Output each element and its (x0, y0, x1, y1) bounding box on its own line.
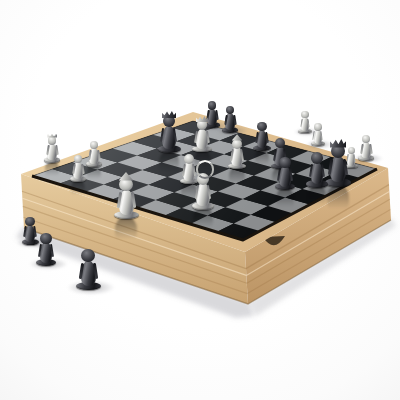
piece-dark-king-h1[interactable] (325, 130, 352, 187)
piece-silver-bishop-b5[interactable] (114, 165, 139, 219)
piece-dark-pawn[interactable] (36, 222, 57, 266)
rook-hat (47, 134, 57, 137)
arm-right (265, 132, 268, 143)
glass-reflection (115, 217, 136, 245)
piece-silver-pawn[interactable] (298, 104, 312, 133)
head (311, 152, 323, 164)
head (314, 123, 322, 131)
piece-dark-pawn-f2[interactable] (275, 146, 296, 190)
glass-reflection (71, 180, 85, 198)
head (25, 217, 34, 226)
glass-reflection (327, 185, 350, 214)
glass-reflection (229, 167, 245, 187)
piece-dark-pawn[interactable] (222, 97, 239, 133)
head (226, 106, 235, 115)
pieces-layer (0, 0, 400, 400)
arm-right (173, 128, 178, 142)
piece-silver-pawn[interactable] (358, 127, 374, 161)
piece-dark-queen-e7[interactable] (158, 103, 181, 153)
head (90, 141, 98, 149)
arm-right (240, 149, 244, 161)
arm-right (353, 154, 356, 162)
piece-dark-pawn-g2[interactable] (306, 141, 328, 187)
head (81, 249, 95, 263)
piece-dark-pawn-g6[interactable] (253, 113, 271, 151)
piece-silver-pawn-b8[interactable] (86, 133, 102, 167)
glass-reflection (87, 165, 100, 182)
head (362, 135, 370, 143)
glass-reflection (255, 149, 270, 168)
bishop-hat (232, 134, 243, 140)
piece-silver-bishop-f5[interactable] (228, 129, 247, 169)
head (257, 122, 267, 132)
glass-reflection (276, 188, 293, 211)
chess-set-photo (0, 0, 400, 400)
glass-reflection (193, 207, 212, 232)
piece-silver-queen-b3[interactable] (192, 161, 215, 210)
arm-right (308, 119, 311, 128)
head (279, 157, 290, 168)
glass-reflection (159, 151, 179, 176)
glass-reflection (45, 161, 59, 179)
glass-reflection (308, 185, 326, 209)
piece-silver-rook-a8[interactable] (44, 128, 60, 163)
queen-hat (196, 160, 215, 179)
piece-silver-pawn-a7[interactable] (70, 146, 87, 182)
bishop-hat (119, 172, 134, 181)
head (40, 233, 51, 244)
arm-right (321, 131, 324, 140)
head (301, 111, 308, 118)
head (74, 155, 83, 164)
piece-dark-pawn[interactable] (76, 236, 101, 290)
